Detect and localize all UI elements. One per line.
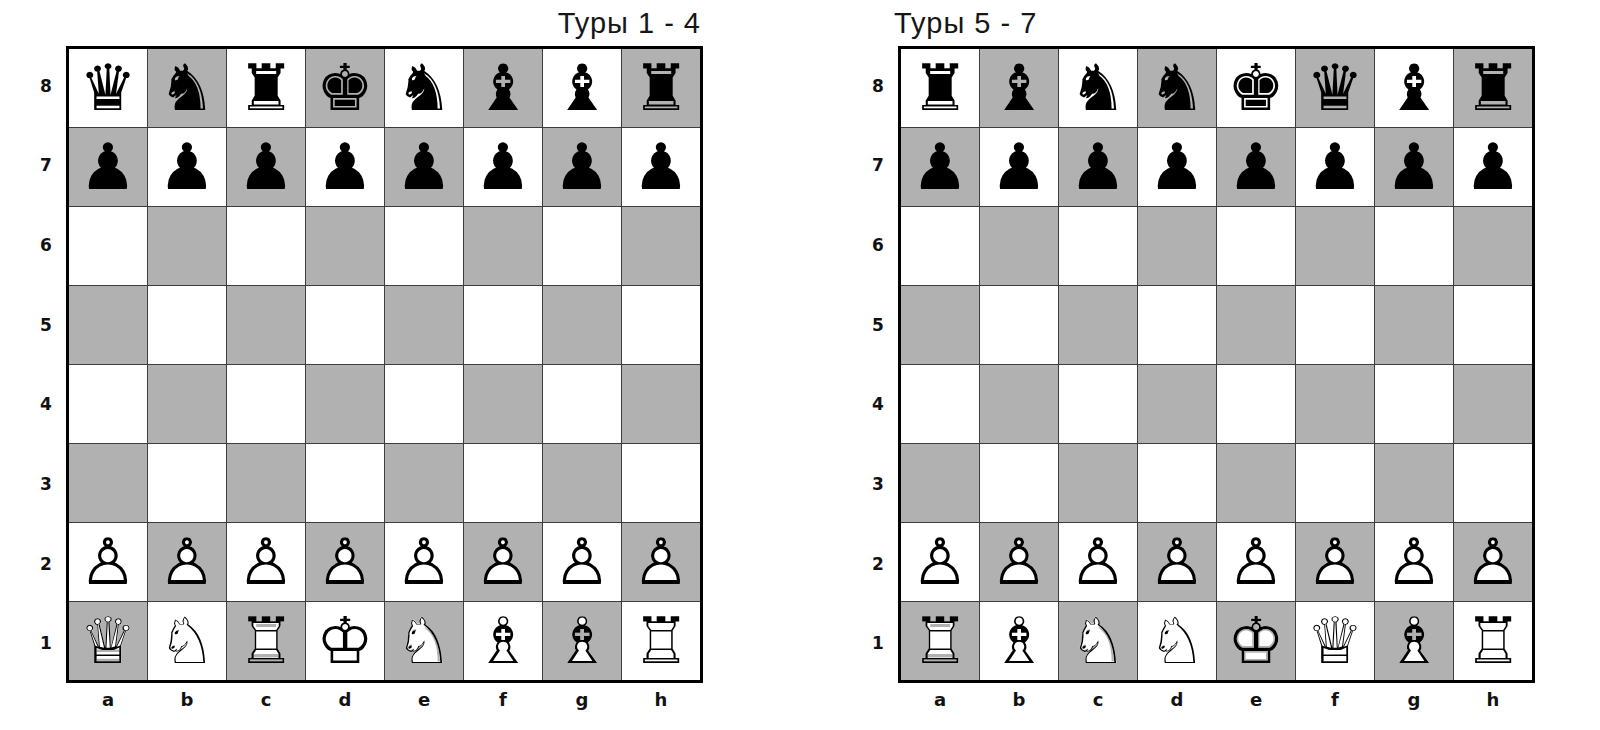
file-label-c: c (227, 689, 305, 710)
square-f2: ♟♙ (464, 523, 542, 601)
piece-outline: ♘ (148, 602, 226, 680)
piece-body: ♟ (622, 128, 700, 206)
piece-outline: ♕ (1296, 602, 1374, 680)
square-e5 (385, 286, 463, 364)
square-h1: ♜♖ (622, 602, 700, 680)
piece-white-king: ♚♔ (1217, 602, 1295, 680)
piece-outline: ♙ (227, 523, 305, 601)
square-d7: ♟ (1138, 128, 1216, 206)
file-label-f: f (464, 689, 542, 710)
square-a6 (69, 207, 147, 285)
piece-white-pawn: ♟♙ (385, 523, 463, 601)
square-f3 (464, 444, 542, 522)
piece-white-pawn: ♟♙ (1059, 523, 1137, 601)
square-g3 (1375, 444, 1453, 522)
piece-white-pawn: ♟♙ (69, 523, 147, 601)
square-h7: ♟ (622, 128, 700, 206)
square-c7: ♟ (1059, 128, 1137, 206)
piece-body: ♞ (385, 49, 463, 127)
square-f8: ♛ (1296, 49, 1374, 127)
file-label-e: e (385, 689, 463, 710)
piece-white-bishop: ♝♗ (1375, 602, 1453, 680)
file-label-f: f (1296, 689, 1374, 710)
square-e4 (1217, 365, 1295, 443)
piece-white-king: ♚♔ (306, 602, 384, 680)
square-c7: ♟ (227, 128, 305, 206)
square-h8: ♜ (1454, 49, 1532, 127)
square-b1: ♝♗ (980, 602, 1058, 680)
square-c4 (227, 365, 305, 443)
square-b7: ♟ (148, 128, 226, 206)
piece-body: ♟ (1296, 128, 1374, 206)
square-d8: ♚ (306, 49, 384, 127)
piece-white-pawn: ♟♙ (464, 523, 542, 601)
square-b2: ♟♙ (980, 523, 1058, 601)
piece-outline: ♘ (1059, 602, 1137, 680)
piece-black-king: ♚ (306, 49, 384, 127)
piece-body: ♟ (1375, 128, 1453, 206)
square-a1: ♛♕ (69, 602, 147, 680)
piece-white-bishop: ♝♗ (980, 602, 1058, 680)
rank-label-6: 6 (32, 205, 60, 285)
rank-label-7: 7 (864, 126, 892, 206)
rank-label-6: 6 (864, 205, 892, 285)
square-e6 (1217, 207, 1295, 285)
piece-body: ♟ (901, 128, 979, 206)
rank-label-4: 4 (864, 365, 892, 445)
piece-body: ♜ (622, 49, 700, 127)
square-h5 (622, 286, 700, 364)
piece-body: ♝ (464, 49, 542, 127)
piece-body: ♟ (306, 128, 384, 206)
piece-outline: ♙ (148, 523, 226, 601)
square-g8: ♝ (1375, 49, 1453, 127)
square-b5 (980, 286, 1058, 364)
piece-body: ♟ (69, 128, 147, 206)
square-d4 (1138, 365, 1216, 443)
piece-white-pawn: ♟♙ (622, 523, 700, 601)
square-c2: ♟♙ (227, 523, 305, 601)
piece-black-bishop: ♝ (1375, 49, 1453, 127)
piece-white-pawn: ♟♙ (980, 523, 1058, 601)
square-c6 (1059, 207, 1137, 285)
square-d3 (306, 444, 384, 522)
piece-black-pawn: ♟ (464, 128, 542, 206)
piece-black-pawn: ♟ (1138, 128, 1216, 206)
piece-black-pawn: ♟ (1375, 128, 1453, 206)
square-b7: ♟ (980, 128, 1058, 206)
square-b3 (980, 444, 1058, 522)
square-c3 (1059, 444, 1137, 522)
square-a2: ♟♙ (69, 523, 147, 601)
piece-body: ♚ (1217, 49, 1295, 127)
file-label-g: g (1375, 689, 1453, 710)
piece-white-pawn: ♟♙ (543, 523, 621, 601)
square-h5 (1454, 286, 1532, 364)
square-a2: ♟♙ (901, 523, 979, 601)
piece-body: ♜ (901, 49, 979, 127)
square-b2: ♟♙ (148, 523, 226, 601)
square-a1: ♜♖ (901, 602, 979, 680)
square-e2: ♟♙ (1217, 523, 1295, 601)
piece-outline: ♙ (1059, 523, 1137, 601)
piece-outline: ♙ (306, 523, 384, 601)
piece-body: ♚ (306, 49, 384, 127)
rank-label-1: 1 (864, 603, 892, 683)
square-g4 (543, 365, 621, 443)
rank-label-3: 3 (32, 444, 60, 524)
square-f2: ♟♙ (1296, 523, 1374, 601)
square-a4 (69, 365, 147, 443)
square-b8: ♝ (980, 49, 1058, 127)
square-e2: ♟♙ (385, 523, 463, 601)
piece-white-pawn: ♟♙ (1138, 523, 1216, 601)
piece-black-queen: ♛ (1296, 49, 1374, 127)
piece-white-bishop: ♝♗ (543, 602, 621, 680)
piece-outline: ♙ (1375, 523, 1453, 601)
piece-white-pawn: ♟♙ (1296, 523, 1374, 601)
rank-label-7: 7 (32, 126, 60, 206)
square-f7: ♟ (1296, 128, 1374, 206)
piece-outline: ♙ (69, 523, 147, 601)
piece-black-bishop: ♝ (543, 49, 621, 127)
piece-black-knight: ♞ (148, 49, 226, 127)
rank-label-5: 5 (864, 285, 892, 365)
rank-label-2: 2 (32, 524, 60, 604)
piece-outline: ♘ (1138, 602, 1216, 680)
square-g1: ♝♗ (543, 602, 621, 680)
piece-outline: ♙ (622, 523, 700, 601)
piece-white-queen: ♛♕ (69, 602, 147, 680)
square-e4 (385, 365, 463, 443)
square-f5 (464, 286, 542, 364)
square-f7: ♟ (464, 128, 542, 206)
piece-black-pawn: ♟ (306, 128, 384, 206)
file-label-b: b (148, 689, 226, 710)
square-h3 (622, 444, 700, 522)
piece-body: ♜ (227, 49, 305, 127)
piece-black-pawn: ♟ (980, 128, 1058, 206)
square-g8: ♝ (543, 49, 621, 127)
piece-body: ♟ (1217, 128, 1295, 206)
piece-body: ♟ (227, 128, 305, 206)
piece-black-rook: ♜ (1454, 49, 1532, 127)
piece-body: ♞ (1138, 49, 1216, 127)
square-a8: ♛ (69, 49, 147, 127)
square-c8: ♞ (1059, 49, 1137, 127)
piece-white-queen: ♛♕ (1296, 602, 1374, 680)
square-a4 (901, 365, 979, 443)
piece-white-rook: ♜♖ (901, 602, 979, 680)
rank-labels: 87654321 (32, 46, 60, 683)
square-h8: ♜ (622, 49, 700, 127)
file-label-b: b (980, 689, 1058, 710)
square-g2: ♟♙ (543, 523, 621, 601)
square-e8: ♞ (385, 49, 463, 127)
square-c5 (227, 286, 305, 364)
square-f3 (1296, 444, 1374, 522)
square-g5 (543, 286, 621, 364)
rank-label-8: 8 (32, 46, 60, 126)
piece-white-knight: ♞♘ (148, 602, 226, 680)
piece-white-pawn: ♟♙ (1454, 523, 1532, 601)
piece-black-pawn: ♟ (227, 128, 305, 206)
piece-outline: ♙ (385, 523, 463, 601)
piece-body: ♟ (1454, 128, 1532, 206)
piece-white-bishop: ♝♗ (464, 602, 542, 680)
square-b1: ♞♘ (148, 602, 226, 680)
square-f6 (1296, 207, 1374, 285)
square-a8: ♜ (901, 49, 979, 127)
square-g6 (1375, 207, 1453, 285)
file-label-g: g (543, 689, 621, 710)
piece-white-knight: ♞♘ (385, 602, 463, 680)
chessboard-rounds-1-4: Туры 1 - 4 87654321 ♛♞♜♚♞♝♝♜♟♟♟♟♟♟♟♟♟♙♟♙… (66, 46, 703, 683)
square-f8: ♝ (464, 49, 542, 127)
square-f4 (464, 365, 542, 443)
board-title-rounds-5-7: Туры 5 - 7 (894, 6, 1037, 40)
piece-black-pawn: ♟ (543, 128, 621, 206)
rank-label-1: 1 (32, 603, 60, 683)
piece-white-rook: ♜♖ (622, 602, 700, 680)
piece-outline: ♙ (1296, 523, 1374, 601)
square-a3 (69, 444, 147, 522)
piece-black-knight: ♞ (385, 49, 463, 127)
board-title-rounds-1-4: Туры 1 - 4 (558, 6, 701, 40)
file-label-d: d (1138, 689, 1216, 710)
square-e3 (1217, 444, 1295, 522)
piece-body: ♟ (1138, 128, 1216, 206)
piece-black-pawn: ♟ (901, 128, 979, 206)
square-d6 (306, 207, 384, 285)
piece-outline: ♖ (1454, 602, 1532, 680)
square-g7: ♟ (543, 128, 621, 206)
square-c1: ♜♖ (227, 602, 305, 680)
square-h6 (1454, 207, 1532, 285)
square-f4 (1296, 365, 1374, 443)
rank-label-5: 5 (32, 285, 60, 365)
piece-black-rook: ♜ (901, 49, 979, 127)
square-g2: ♟♙ (1375, 523, 1453, 601)
square-a7: ♟ (69, 128, 147, 206)
piece-body: ♜ (1454, 49, 1532, 127)
square-e1: ♞♘ (385, 602, 463, 680)
piece-black-rook: ♜ (622, 49, 700, 127)
piece-black-pawn: ♟ (69, 128, 147, 206)
file-label-h: h (1454, 689, 1532, 710)
square-b6 (148, 207, 226, 285)
piece-black-bishop: ♝ (464, 49, 542, 127)
piece-outline: ♔ (306, 602, 384, 680)
square-b4 (148, 365, 226, 443)
square-g4 (1375, 365, 1453, 443)
piece-outline: ♖ (901, 602, 979, 680)
square-e7: ♟ (1217, 128, 1295, 206)
file-label-d: d (306, 689, 384, 710)
square-e1: ♚♔ (1217, 602, 1295, 680)
piece-black-pawn: ♟ (385, 128, 463, 206)
piece-white-pawn: ♟♙ (901, 523, 979, 601)
square-a3 (901, 444, 979, 522)
piece-white-pawn: ♟♙ (306, 523, 384, 601)
chessboard-rounds-5-7: Туры 5 - 7 87654321 ♜♝♞♞♚♛♝♜♟♟♟♟♟♟♟♟♟♙♟♙… (898, 46, 1535, 683)
piece-black-pawn: ♟ (1059, 128, 1137, 206)
piece-outline: ♙ (1454, 523, 1532, 601)
square-d5 (1138, 286, 1216, 364)
square-h2: ♟♙ (622, 523, 700, 601)
square-f1: ♝♗ (464, 602, 542, 680)
piece-body: ♟ (1059, 128, 1137, 206)
square-a5 (69, 286, 147, 364)
square-c5 (1059, 286, 1137, 364)
piece-body: ♛ (1296, 49, 1374, 127)
piece-black-queen: ♛ (69, 49, 147, 127)
piece-black-pawn: ♟ (622, 128, 700, 206)
square-f5 (1296, 286, 1374, 364)
piece-body: ♟ (148, 128, 226, 206)
square-e5 (1217, 286, 1295, 364)
piece-black-pawn: ♟ (1296, 128, 1374, 206)
board-grid: ♜♝♞♞♚♛♝♜♟♟♟♟♟♟♟♟♟♙♟♙♟♙♟♙♟♙♟♙♟♙♟♙♜♖♝♗♞♘♞♘… (898, 46, 1535, 683)
piece-outline: ♗ (543, 602, 621, 680)
square-d4 (306, 365, 384, 443)
piece-outline: ♕ (69, 602, 147, 680)
square-c2: ♟♙ (1059, 523, 1137, 601)
piece-outline: ♙ (464, 523, 542, 601)
piece-outline: ♙ (543, 523, 621, 601)
piece-body: ♟ (980, 128, 1058, 206)
square-d2: ♟♙ (306, 523, 384, 601)
square-g7: ♟ (1375, 128, 1453, 206)
square-f6 (464, 207, 542, 285)
piece-outline: ♗ (1375, 602, 1453, 680)
piece-outline: ♖ (622, 602, 700, 680)
piece-body: ♛ (69, 49, 147, 127)
square-b4 (980, 365, 1058, 443)
piece-body: ♝ (1375, 49, 1453, 127)
piece-outline: ♙ (1138, 523, 1216, 601)
square-d7: ♟ (306, 128, 384, 206)
piece-body: ♝ (980, 49, 1058, 127)
piece-body: ♟ (464, 128, 542, 206)
square-a5 (901, 286, 979, 364)
square-d8: ♞ (1138, 49, 1216, 127)
rank-label-3: 3 (864, 444, 892, 524)
square-b5 (148, 286, 226, 364)
square-a7: ♟ (901, 128, 979, 206)
square-d1: ♚♔ (306, 602, 384, 680)
square-h7: ♟ (1454, 128, 1532, 206)
square-b6 (980, 207, 1058, 285)
square-e8: ♚ (1217, 49, 1295, 127)
piece-white-pawn: ♟♙ (1217, 523, 1295, 601)
square-g5 (1375, 286, 1453, 364)
piece-body: ♝ (543, 49, 621, 127)
file-labels: abcdefgh (69, 689, 700, 710)
piece-white-knight: ♞♘ (1138, 602, 1216, 680)
square-h2: ♟♙ (1454, 523, 1532, 601)
piece-black-knight: ♞ (1138, 49, 1216, 127)
square-b8: ♞ (148, 49, 226, 127)
piece-outline: ♔ (1217, 602, 1295, 680)
file-label-a: a (69, 689, 147, 710)
square-e7: ♟ (385, 128, 463, 206)
piece-black-rook: ♜ (227, 49, 305, 127)
square-a6 (901, 207, 979, 285)
piece-white-rook: ♜♖ (227, 602, 305, 680)
piece-black-pawn: ♟ (1454, 128, 1532, 206)
file-label-e: e (1217, 689, 1295, 710)
piece-outline: ♙ (1217, 523, 1295, 601)
piece-white-pawn: ♟♙ (227, 523, 305, 601)
square-d5 (306, 286, 384, 364)
piece-black-king: ♚ (1217, 49, 1295, 127)
square-h1: ♜♖ (1454, 602, 1532, 680)
square-d2: ♟♙ (1138, 523, 1216, 601)
file-label-h: h (622, 689, 700, 710)
piece-outline: ♖ (227, 602, 305, 680)
square-g1: ♝♗ (1375, 602, 1453, 680)
piece-black-bishop: ♝ (980, 49, 1058, 127)
piece-outline: ♗ (464, 602, 542, 680)
square-f1: ♛♕ (1296, 602, 1374, 680)
square-c3 (227, 444, 305, 522)
piece-body: ♞ (1059, 49, 1137, 127)
square-c8: ♜ (227, 49, 305, 127)
square-c1: ♞♘ (1059, 602, 1137, 680)
rank-label-4: 4 (32, 365, 60, 445)
piece-white-knight: ♞♘ (1059, 602, 1137, 680)
rank-labels: 87654321 (864, 46, 892, 683)
piece-body: ♞ (148, 49, 226, 127)
square-h4 (622, 365, 700, 443)
piece-outline: ♗ (980, 602, 1058, 680)
square-d1: ♞♘ (1138, 602, 1216, 680)
square-c4 (1059, 365, 1137, 443)
board-grid: ♛♞♜♚♞♝♝♜♟♟♟♟♟♟♟♟♟♙♟♙♟♙♟♙♟♙♟♙♟♙♟♙♛♕♞♘♜♖♚♔… (66, 46, 703, 683)
square-d3 (1138, 444, 1216, 522)
square-g6 (543, 207, 621, 285)
piece-black-pawn: ♟ (148, 128, 226, 206)
piece-outline: ♘ (385, 602, 463, 680)
piece-outline: ♙ (980, 523, 1058, 601)
piece-body: ♟ (385, 128, 463, 206)
square-e3 (385, 444, 463, 522)
file-label-a: a (901, 689, 979, 710)
piece-white-pawn: ♟♙ (148, 523, 226, 601)
piece-body: ♟ (543, 128, 621, 206)
square-c6 (227, 207, 305, 285)
square-b3 (148, 444, 226, 522)
file-label-c: c (1059, 689, 1137, 710)
rank-label-8: 8 (864, 46, 892, 126)
piece-black-knight: ♞ (1059, 49, 1137, 127)
square-d6 (1138, 207, 1216, 285)
square-e6 (385, 207, 463, 285)
rank-label-2: 2 (864, 524, 892, 604)
square-h6 (622, 207, 700, 285)
piece-white-pawn: ♟♙ (1375, 523, 1453, 601)
square-g3 (543, 444, 621, 522)
piece-outline: ♙ (901, 523, 979, 601)
piece-black-pawn: ♟ (1217, 128, 1295, 206)
square-h4 (1454, 365, 1532, 443)
file-labels: abcdefgh (901, 689, 1532, 710)
piece-white-rook: ♜♖ (1454, 602, 1532, 680)
square-h3 (1454, 444, 1532, 522)
